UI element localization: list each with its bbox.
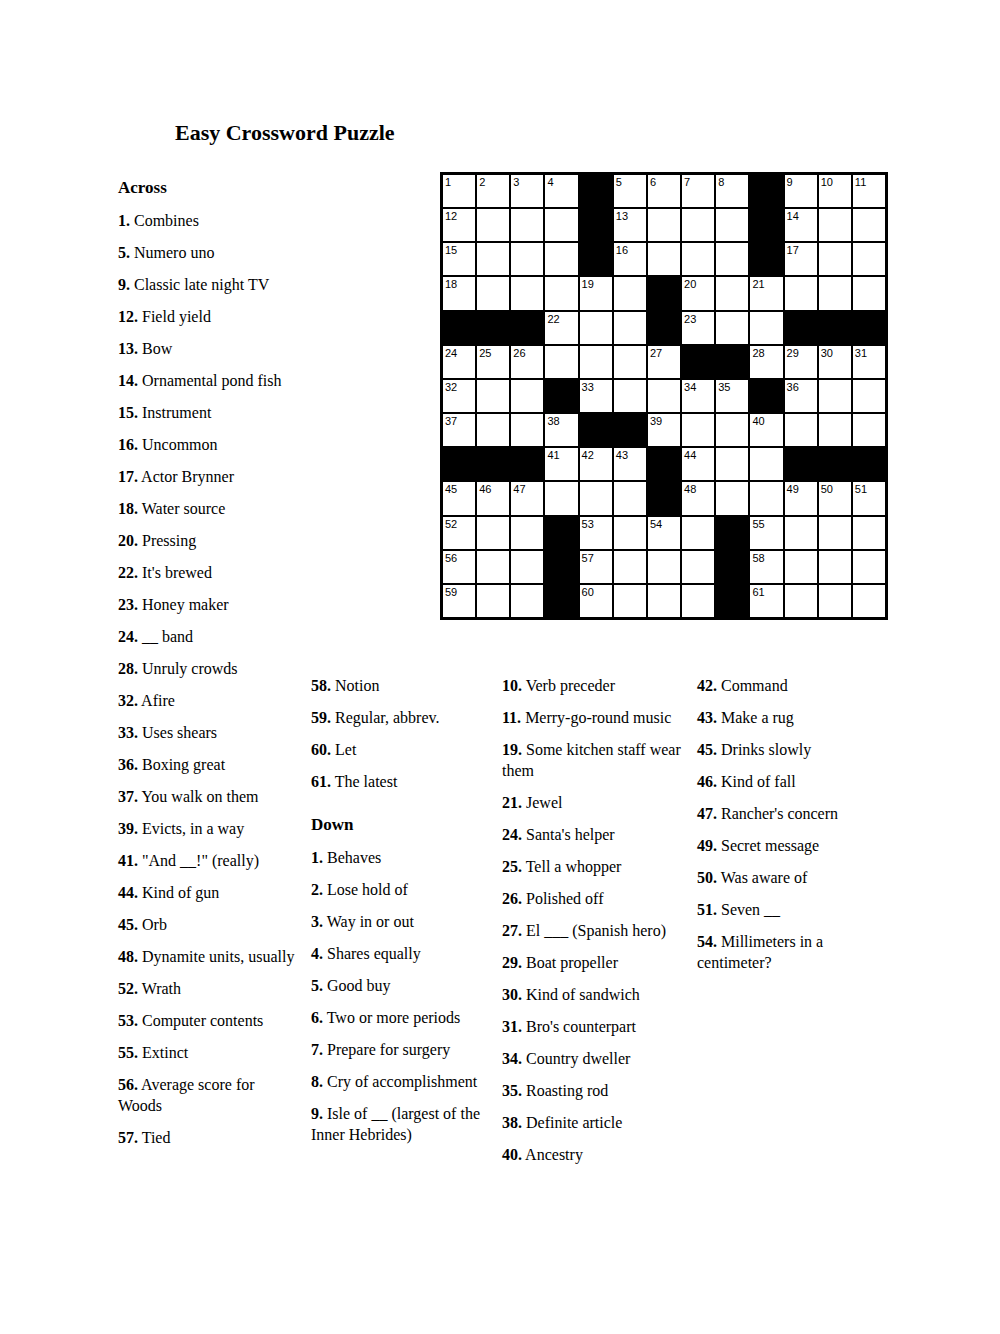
grid-cell-r9c8[interactable]: 44 <box>681 447 715 481</box>
clue-across-52: 52. Wrath <box>118 978 300 999</box>
black-cell-r11c4 <box>544 516 578 550</box>
grid-cell-r1c11[interactable]: 9 <box>784 174 818 208</box>
grid-cell-r8c8[interactable] <box>681 413 715 447</box>
cell-number-44: 44 <box>684 448 696 462</box>
clue-across-17: 17. Actor Brynner <box>118 466 300 487</box>
black-cell-r7c4 <box>544 379 578 413</box>
black-cell-r8c5 <box>579 413 613 447</box>
cell-number-43: 43 <box>616 448 628 462</box>
grid-cell-r7c8[interactable]: 34 <box>681 379 715 413</box>
clue-number: 46. <box>697 773 717 790</box>
grid-cell-r4c2[interactable] <box>476 276 510 310</box>
grid-cell-r7c7[interactable] <box>647 379 681 413</box>
cell-number-45: 45 <box>445 482 457 496</box>
clue-number: 1. <box>311 849 323 866</box>
grid-cell-r12c6[interactable] <box>613 550 647 584</box>
cell-number-33: 33 <box>582 380 594 394</box>
grid-cell-r10c2[interactable]: 46 <box>476 481 510 515</box>
grid-cell-r7c2[interactable] <box>476 379 510 413</box>
grid-cell-r8c7[interactable]: 39 <box>647 413 681 447</box>
grid-cell-r13c5[interactable]: 60 <box>579 584 613 618</box>
grid-cell-r9c9[interactable] <box>715 447 749 481</box>
clue-down-43: 43. Make a rug <box>697 707 893 728</box>
cell-number-40: 40 <box>752 414 764 428</box>
clue-number: 49. <box>697 837 717 854</box>
clue-number: 7. <box>311 1041 323 1058</box>
cell-number-17: 17 <box>787 243 799 257</box>
grid-cell-r12c5[interactable]: 57 <box>579 550 613 584</box>
grid-cell-r4c4[interactable] <box>544 276 578 310</box>
grid-cell-r11c3[interactable] <box>510 516 544 550</box>
cell-number-53: 53 <box>582 517 594 531</box>
grid-cell-r10c11[interactable]: 49 <box>784 481 818 515</box>
grid-cell-r3c6[interactable]: 16 <box>613 242 647 276</box>
black-cell-r2c5 <box>579 208 613 242</box>
grid-cell-r1c8[interactable]: 7 <box>681 174 715 208</box>
cell-number-31: 31 <box>855 346 867 360</box>
grid-cell-r1c1[interactable]: 1 <box>442 174 476 208</box>
grid-cell-r6c10[interactable]: 28 <box>749 345 783 379</box>
clue-number: 41. <box>118 852 138 869</box>
grid-cell-r3c12[interactable] <box>818 242 852 276</box>
clue-across-23: 23. Honey maker <box>118 594 300 615</box>
cell-number-18: 18 <box>445 277 457 291</box>
grid-cell-r9c10[interactable] <box>749 447 783 481</box>
grid-cell-r6c3[interactable]: 26 <box>510 345 544 379</box>
grid-cell-r13c1[interactable]: 59 <box>442 584 476 618</box>
grid-cell-r8c9[interactable] <box>715 413 749 447</box>
grid-cell-r12c1[interactable]: 56 <box>442 550 476 584</box>
grid-cell-r11c13[interactable] <box>852 516 886 550</box>
grid-cell-r4c13[interactable] <box>852 276 886 310</box>
black-cell-r1c5 <box>579 174 613 208</box>
grid-cell-r1c2[interactable]: 2 <box>476 174 510 208</box>
clue-number: 44. <box>118 884 138 901</box>
grid-cell-r2c6[interactable]: 13 <box>613 208 647 242</box>
cell-number-24: 24 <box>445 346 457 360</box>
clue-across-14: 14. Ornamental pond fish <box>118 370 300 391</box>
grid-cell-r6c13[interactable]: 31 <box>852 345 886 379</box>
grid-cell-r11c2[interactable] <box>476 516 510 550</box>
clue-down-49: 49. Secret message <box>697 835 893 856</box>
cell-number-60: 60 <box>582 585 594 599</box>
black-cell-r1c10 <box>749 174 783 208</box>
clue-number: 6. <box>311 1009 323 1026</box>
grid-cell-r8c12[interactable] <box>818 413 852 447</box>
grid-cell-r8c3[interactable] <box>510 413 544 447</box>
grid-cell-r7c3[interactable] <box>510 379 544 413</box>
cell-number-15: 15 <box>445 243 457 257</box>
clue-down-40: 40. Ancestry <box>502 1144 690 1165</box>
cell-number-1: 1 <box>445 175 451 189</box>
grid-cell-r7c13[interactable] <box>852 379 886 413</box>
black-cell-r6c9 <box>715 345 749 379</box>
clue-number: 39. <box>118 820 138 837</box>
black-cell-r9c13 <box>852 447 886 481</box>
clue-number: 29. <box>502 954 522 971</box>
clue-down-24: 24. Santa's helper <box>502 824 690 845</box>
clue-number: 4. <box>311 945 323 962</box>
black-cell-r5c12 <box>818 311 852 345</box>
clue-number: 55. <box>118 1044 138 1061</box>
grid-cell-r13c11[interactable] <box>784 584 818 618</box>
across-heading: Across <box>118 177 300 198</box>
grid-cell-r2c9[interactable] <box>715 208 749 242</box>
clue-down-38: 38. Definite article <box>502 1112 690 1133</box>
cell-number-32: 32 <box>445 380 457 394</box>
grid-cell-r1c6[interactable]: 5 <box>613 174 647 208</box>
grid-cell-r6c7[interactable]: 27 <box>647 345 681 379</box>
clue-down-42: 42. Command <box>697 675 893 696</box>
clue-number: 40. <box>502 1146 522 1163</box>
black-cell-r5c7 <box>647 311 681 345</box>
black-cell-r5c13 <box>852 311 886 345</box>
clue-across-22: 22. It's brewed <box>118 562 300 583</box>
across-clues-column: Across 1. Combines5. Numero uno9. Classi… <box>118 177 300 1159</box>
clue-across-59: 59. Regular, abbrev. <box>311 707 486 728</box>
grid-cell-r6c11[interactable]: 29 <box>784 345 818 379</box>
grid-cell-r13c12[interactable] <box>818 584 852 618</box>
clue-across-55: 55. Extinct <box>118 1042 300 1063</box>
clues-column-2: 58. Notion59. Regular, abbrev.60. Let61.… <box>311 675 486 1156</box>
down-heading: Down <box>311 814 486 835</box>
grid-cell-r4c1[interactable]: 18 <box>442 276 476 310</box>
grid-cell-r1c3[interactable]: 3 <box>510 174 544 208</box>
cell-number-29: 29 <box>787 346 799 360</box>
grid-cell-r9c4[interactable]: 41 <box>544 447 578 481</box>
black-cell-r12c4 <box>544 550 578 584</box>
clue-down-8: 8. Cry of accomplishment <box>311 1071 486 1092</box>
cell-number-61: 61 <box>752 585 764 599</box>
grid-cell-r2c8[interactable] <box>681 208 715 242</box>
grid-cell-r5c5[interactable] <box>579 311 613 345</box>
grid-cell-r2c2[interactable] <box>476 208 510 242</box>
grid-cell-r3c4[interactable] <box>544 242 578 276</box>
clue-number: 31. <box>502 1018 522 1035</box>
clue-down-5: 5. Good buy <box>311 975 486 996</box>
grid-cell-r8c13[interactable] <box>852 413 886 447</box>
grid-cell-r2c3[interactable] <box>510 208 544 242</box>
grid-cell-r11c7[interactable]: 54 <box>647 516 681 550</box>
grid-cell-r4c10[interactable]: 21 <box>749 276 783 310</box>
grid-cell-r4c11[interactable] <box>784 276 818 310</box>
grid-cell-r12c3[interactable] <box>510 550 544 584</box>
grid-cell-r10c9[interactable] <box>715 481 749 515</box>
grid-cell-r10c13[interactable]: 51 <box>852 481 886 515</box>
clue-across-37: 37. You walk on them <box>118 786 300 807</box>
clue-across-32: 32. Afire <box>118 690 300 711</box>
cell-number-58: 58 <box>752 551 764 565</box>
grid-cell-r4c6[interactable] <box>613 276 647 310</box>
grid-cell-r2c7[interactable] <box>647 208 681 242</box>
black-cell-r7c10 <box>749 379 783 413</box>
cell-number-7: 7 <box>684 175 690 189</box>
clue-across-39: 39. Evicts, in a way <box>118 818 300 839</box>
grid-cell-r12c8[interactable] <box>681 550 715 584</box>
black-cell-r5c1 <box>442 311 476 345</box>
grid-cell-r3c8[interactable] <box>681 242 715 276</box>
crossword-grid: 1234567891011121314151617181920212223242… <box>440 172 888 620</box>
clue-number: 38. <box>502 1114 522 1131</box>
clue-number: 24. <box>118 628 138 645</box>
clue-number: 16. <box>118 436 138 453</box>
grid-cell-r13c6[interactable] <box>613 584 647 618</box>
clues-column-4: 42. Command43. Make a rug45. Drinks slow… <box>697 675 893 984</box>
grid-cell-r2c11[interactable]: 14 <box>784 208 818 242</box>
black-cell-r2c10 <box>749 208 783 242</box>
grid-cell-r11c6[interactable] <box>613 516 647 550</box>
grid-cell-r6c2[interactable]: 25 <box>476 345 510 379</box>
grid-cell-r2c1[interactable]: 12 <box>442 208 476 242</box>
grid-cell-r11c8[interactable] <box>681 516 715 550</box>
clue-down-6: 6. Two or more periods <box>311 1007 486 1028</box>
cell-number-59: 59 <box>445 585 457 599</box>
grid-cell-r10c12[interactable]: 50 <box>818 481 852 515</box>
clue-across-60: 60. Let <box>311 739 486 760</box>
grid-cell-r5c10[interactable] <box>749 311 783 345</box>
clue-number: 3. <box>311 913 323 930</box>
cell-number-48: 48 <box>684 482 696 496</box>
clue-number: 59. <box>311 709 331 726</box>
grid-cell-r6c4[interactable] <box>544 345 578 379</box>
clue-number: 37. <box>118 788 138 805</box>
cell-number-23: 23 <box>684 312 696 326</box>
clue-number: 26. <box>502 890 522 907</box>
clue-across-24: 24. __ band <box>118 626 300 647</box>
clue-down-27: 27. El ___ (Spanish hero) <box>502 920 690 941</box>
black-cell-r4c7 <box>647 276 681 310</box>
grid-cell-r12c7[interactable] <box>647 550 681 584</box>
black-cell-r13c4 <box>544 584 578 618</box>
grid-cell-r9c5[interactable]: 42 <box>579 447 613 481</box>
grid-cell-r5c6[interactable] <box>613 311 647 345</box>
grid-cell-r10c6[interactable] <box>613 481 647 515</box>
grid-cell-r4c9[interactable] <box>715 276 749 310</box>
clue-down-51: 51. Seven __ <box>697 899 893 920</box>
grid-cell-r2c12[interactable] <box>818 208 852 242</box>
clue-number: 11. <box>502 709 521 726</box>
grid-cell-r11c10[interactable]: 55 <box>749 516 783 550</box>
grid-cell-r1c12[interactable]: 10 <box>818 174 852 208</box>
cell-number-4: 4 <box>547 175 553 189</box>
grid-cell-r8c1[interactable]: 37 <box>442 413 476 447</box>
grid-cell-r7c6[interactable] <box>613 379 647 413</box>
clue-number: 23. <box>118 596 138 613</box>
clue-number: 34. <box>502 1050 522 1067</box>
grid-cell-r10c1[interactable]: 45 <box>442 481 476 515</box>
clue-across-5: 5. Numero uno <box>118 242 300 263</box>
grid-cell-r1c7[interactable]: 6 <box>647 174 681 208</box>
clue-across-45: 45. Orb <box>118 914 300 935</box>
grid-cell-r11c1[interactable]: 52 <box>442 516 476 550</box>
clue-number: 20. <box>118 532 138 549</box>
grid-cell-r12c2[interactable] <box>476 550 510 584</box>
clue-number: 61. <box>311 773 331 790</box>
grid-cell-r5c4[interactable]: 22 <box>544 311 578 345</box>
clue-down-26: 26. Polished off <box>502 888 690 909</box>
grid-cell-r8c4[interactable]: 38 <box>544 413 578 447</box>
clue-number: 15. <box>118 404 138 421</box>
black-cell-r9c3 <box>510 447 544 481</box>
black-cell-r6c8 <box>681 345 715 379</box>
black-cell-r8c6 <box>613 413 647 447</box>
black-cell-r9c2 <box>476 447 510 481</box>
clue-number: 57. <box>118 1129 138 1146</box>
cell-number-52: 52 <box>445 517 457 531</box>
clue-down-35: 35. Roasting rod <box>502 1080 690 1101</box>
cell-number-39: 39 <box>650 414 662 428</box>
clue-down-1: 1. Behaves <box>311 847 486 868</box>
clue-across-16: 16. Uncommon <box>118 434 300 455</box>
grid-cell-r10c3[interactable]: 47 <box>510 481 544 515</box>
clue-across-20: 20. Pressing <box>118 530 300 551</box>
grid-cell-r12c11[interactable] <box>784 550 818 584</box>
clue-across-12: 12. Field yield <box>118 306 300 327</box>
grid-cell-r11c12[interactable] <box>818 516 852 550</box>
grid-cell-r4c3[interactable] <box>510 276 544 310</box>
cell-number-3: 3 <box>513 175 519 189</box>
clue-across-61: 61. The latest <box>311 771 486 792</box>
grid-cell-r8c10[interactable]: 40 <box>749 413 783 447</box>
grid-cell-r10c5[interactable] <box>579 481 613 515</box>
grid-cell-r10c4[interactable] <box>544 481 578 515</box>
grid-cell-r7c11[interactable]: 36 <box>784 379 818 413</box>
cell-number-47: 47 <box>513 482 525 496</box>
clue-down-4: 4. Shares equally <box>311 943 486 964</box>
grid-cell-r13c7[interactable] <box>647 584 681 618</box>
grid-cell-r7c1[interactable]: 32 <box>442 379 476 413</box>
cell-number-54: 54 <box>650 517 662 531</box>
black-cell-r12c9 <box>715 550 749 584</box>
black-cell-r9c12 <box>818 447 852 481</box>
clue-across-15: 15. Instrument <box>118 402 300 423</box>
grid-cell-r3c1[interactable]: 15 <box>442 242 476 276</box>
grid-cell-r2c13[interactable] <box>852 208 886 242</box>
clue-across-41: 41. "And __!" (really) <box>118 850 300 871</box>
clue-number: 9. <box>118 276 130 293</box>
grid-cell-r10c10[interactable] <box>749 481 783 515</box>
grid-cell-r12c12[interactable] <box>818 550 852 584</box>
clue-across-57: 57. Tied <box>118 1127 300 1148</box>
clue-number: 13. <box>118 340 138 357</box>
clue-number: 51. <box>697 901 717 918</box>
clue-down-2: 2. Lose hold of <box>311 879 486 900</box>
grid-cell-r1c9[interactable]: 8 <box>715 174 749 208</box>
grid-cell-r12c10[interactable]: 58 <box>749 550 783 584</box>
clue-number: 18. <box>118 500 138 517</box>
clue-number: 14. <box>118 372 138 389</box>
grid-cell-r13c8[interactable] <box>681 584 715 618</box>
cell-number-22: 22 <box>547 312 559 326</box>
clue-number: 48. <box>118 948 138 965</box>
grid-cell-r3c3[interactable] <box>510 242 544 276</box>
grid-cell-r3c13[interactable] <box>852 242 886 276</box>
clue-down-25: 25. Tell a whopper <box>502 856 690 877</box>
grid-cell-r6c6[interactable] <box>613 345 647 379</box>
grid-cell-r3c11[interactable]: 17 <box>784 242 818 276</box>
clue-number: 8. <box>311 1073 323 1090</box>
clue-down-31: 31. Bro's counterpart <box>502 1016 690 1037</box>
clue-number: 52. <box>118 980 138 997</box>
grid-cell-r3c9[interactable] <box>715 242 749 276</box>
grid-cell-r6c12[interactable]: 30 <box>818 345 852 379</box>
cell-number-14: 14 <box>787 209 799 223</box>
cell-number-28: 28 <box>752 346 764 360</box>
grid-cell-r7c9[interactable]: 35 <box>715 379 749 413</box>
grid-cell-r11c11[interactable] <box>784 516 818 550</box>
grid-cell-r6c1[interactable]: 24 <box>442 345 476 379</box>
clue-number: 1. <box>118 212 130 229</box>
cell-number-30: 30 <box>821 346 833 360</box>
clue-number: 56. <box>118 1076 138 1093</box>
grid-cell-r7c5[interactable]: 33 <box>579 379 613 413</box>
grid-cell-r9c6[interactable]: 43 <box>613 447 647 481</box>
grid-cell-r11c5[interactable]: 53 <box>579 516 613 550</box>
clue-number: 33. <box>118 724 138 741</box>
grid-cell-r4c8[interactable]: 20 <box>681 276 715 310</box>
clue-down-7: 7. Prepare for surgery <box>311 1039 486 1060</box>
grid-cell-r4c12[interactable] <box>818 276 852 310</box>
grid-cell-r2c4[interactable] <box>544 208 578 242</box>
grid-cell-r13c3[interactable] <box>510 584 544 618</box>
grid-cell-r1c4[interactable]: 4 <box>544 174 578 208</box>
clue-down-50: 50. Was aware of <box>697 867 893 888</box>
clue-number: 45. <box>697 741 717 758</box>
clue-number: 28. <box>118 660 138 677</box>
cell-number-35: 35 <box>718 380 730 394</box>
clue-down-45: 45. Drinks slowly <box>697 739 893 760</box>
black-cell-r10c7 <box>647 481 681 515</box>
clue-number: 47. <box>697 805 717 822</box>
grid-cell-r10c8[interactable]: 48 <box>681 481 715 515</box>
clue-number: 54. <box>697 933 717 950</box>
cell-number-56: 56 <box>445 551 457 565</box>
clue-down-30: 30. Kind of sandwich <box>502 984 690 1005</box>
clue-number: 50. <box>697 869 717 886</box>
grid-cell-r13c10[interactable]: 61 <box>749 584 783 618</box>
grid-cell-r5c9[interactable] <box>715 311 749 345</box>
clue-down-46: 46. Kind of fall <box>697 771 893 792</box>
grid-cell-r8c2[interactable] <box>476 413 510 447</box>
grid-cell-r5c8[interactable]: 23 <box>681 311 715 345</box>
grid-cell-r13c13[interactable] <box>852 584 886 618</box>
clue-across-58: 58. Notion <box>311 675 486 696</box>
clue-down-29: 29. Boat propeller <box>502 952 690 973</box>
grid-cell-r8c11[interactable] <box>784 413 818 447</box>
clue-number: 12. <box>118 308 138 325</box>
clue-number: 43. <box>697 709 717 726</box>
grid-cell-r13c2[interactable] <box>476 584 510 618</box>
clue-number: 27. <box>502 922 522 939</box>
cell-number-25: 25 <box>479 346 491 360</box>
black-cell-r3c10 <box>749 242 783 276</box>
grid-cell-r4c5[interactable]: 19 <box>579 276 613 310</box>
clue-down-21: 21. Jewel <box>502 792 690 813</box>
grid-cell-r3c7[interactable] <box>647 242 681 276</box>
clue-across-13: 13. Bow <box>118 338 300 359</box>
grid-cell-r3c2[interactable] <box>476 242 510 276</box>
grid-cell-r1c13[interactable]: 11 <box>852 174 886 208</box>
grid-cell-r7c12[interactable] <box>818 379 852 413</box>
grid-cell-r6c5[interactable] <box>579 345 613 379</box>
clue-number: 24. <box>502 826 522 843</box>
clues-column-3: 10. Verb preceder11. Merry-go-round musi… <box>502 675 690 1176</box>
grid-cell-r12c13[interactable] <box>852 550 886 584</box>
clue-across-53: 53. Computer contents <box>118 1010 300 1031</box>
cell-number-19: 19 <box>582 277 594 291</box>
clue-down-9: 9. Isle of __ (largest of the Inner Hebr… <box>311 1103 486 1145</box>
cell-number-20: 20 <box>684 277 696 291</box>
